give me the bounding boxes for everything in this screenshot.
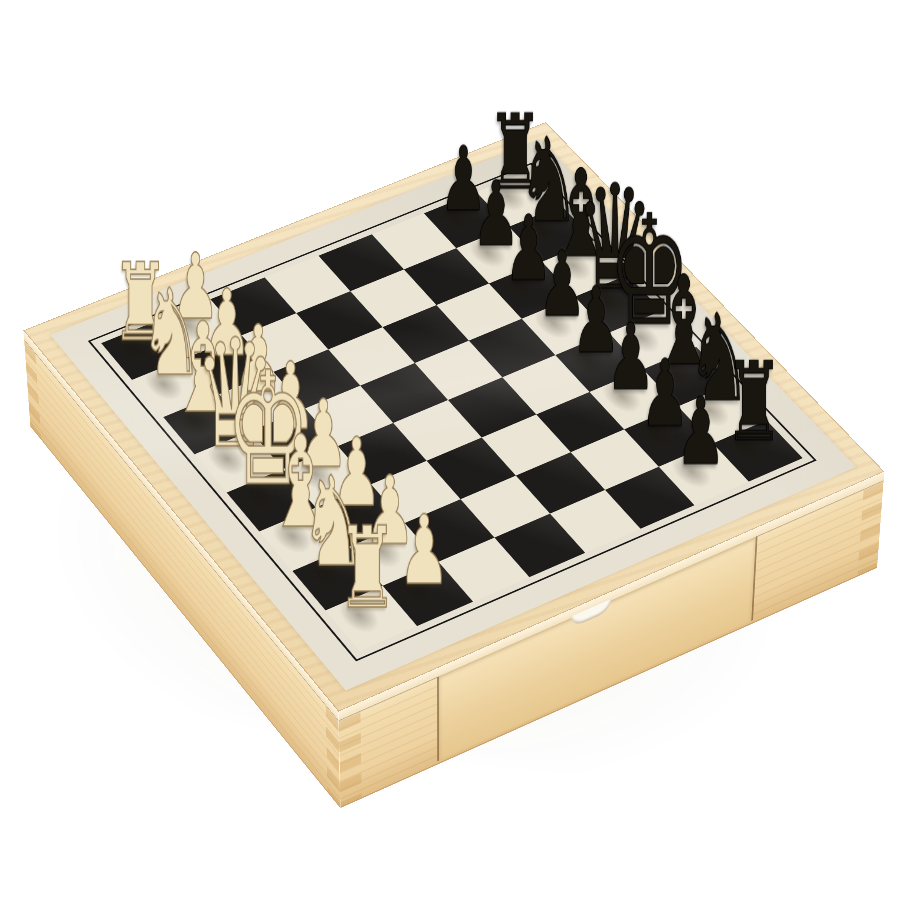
finger-joint: [23, 330, 41, 438]
scene-3d: ♜♞♝♛♚♝♞♜♟♟♟♟♟♟♟♟♟♟♟♟♟♟♟♟♜♞♝♛♚♝♞♜: [0, 0, 900, 900]
piece-black-pawn-h7[interactable]: ♟: [652, 390, 749, 476]
product-photo-stage: ♜♞♝♛♚♝♞♜♟♟♟♟♟♟♟♟♟♟♟♟♟♟♟♟♜♞♝♛♚♝♞♜: [0, 0, 900, 900]
chess-box: ♜♞♝♛♚♝♞♜♟♟♟♟♟♟♟♟♟♟♟♟♟♟♟♟♜♞♝♛♚♝♞♜: [23, 122, 884, 712]
board-top: ♜♞♝♛♚♝♞♜♟♟♟♟♟♟♟♟♟♟♟♟♟♟♟♟♜♞♝♛♚♝♞♜: [23, 122, 884, 712]
finger-joint: [338, 702, 361, 807]
piece-white-rook-h1[interactable]: ♜: [318, 516, 418, 620]
